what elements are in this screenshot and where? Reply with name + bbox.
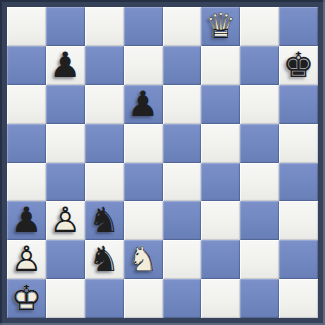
white-knight-outline-icon: ♘ — [124, 240, 163, 279]
square-b8[interactable] — [46, 7, 85, 46]
black-knight-icon: ♞ — [85, 201, 124, 240]
square-h7[interactable]: ♚ — [279, 46, 318, 85]
piece-white-knight-d2[interactable]: ♞♘ — [124, 240, 163, 279]
piece-white-king-a1[interactable]: ♚♔ — [7, 279, 46, 318]
square-g7[interactable] — [240, 46, 279, 85]
square-d1[interactable] — [124, 279, 163, 318]
square-e7[interactable] — [163, 46, 202, 85]
square-h6[interactable] — [279, 85, 318, 124]
square-c2[interactable]: ♞ — [85, 240, 124, 279]
square-d4[interactable] — [124, 163, 163, 202]
square-f1[interactable] — [201, 279, 240, 318]
square-h8[interactable] — [279, 7, 318, 46]
square-d7[interactable] — [124, 46, 163, 85]
square-f5[interactable] — [201, 124, 240, 163]
square-g8[interactable] — [240, 7, 279, 46]
square-e4[interactable] — [163, 163, 202, 202]
square-g4[interactable] — [240, 163, 279, 202]
piece-black-pawn-b7[interactable]: ♟ — [46, 46, 85, 85]
piece-black-pawn-d6[interactable]: ♟ — [124, 85, 163, 124]
square-e6[interactable] — [163, 85, 202, 124]
square-f7[interactable] — [201, 46, 240, 85]
black-pawn-icon: ♟ — [7, 201, 46, 240]
square-g3[interactable] — [240, 201, 279, 240]
piece-black-king-h7[interactable]: ♚ — [279, 46, 318, 85]
square-g2[interactable] — [240, 240, 279, 279]
square-b2[interactable] — [46, 240, 85, 279]
square-e3[interactable] — [163, 201, 202, 240]
square-f3[interactable] — [201, 201, 240, 240]
black-knight-icon: ♞ — [85, 240, 124, 279]
square-b4[interactable] — [46, 163, 85, 202]
square-e5[interactable] — [163, 124, 202, 163]
square-a8[interactable] — [7, 7, 46, 46]
chess-board: ♛♕♟♚♟♟♟♙♞♟♙♞♞♘♚♔ — [7, 7, 318, 318]
white-pawn-outline-icon: ♙ — [7, 240, 46, 279]
square-a6[interactable] — [7, 85, 46, 124]
square-g5[interactable] — [240, 124, 279, 163]
piece-white-pawn-b3[interactable]: ♟♙ — [46, 201, 85, 240]
square-e2[interactable] — [163, 240, 202, 279]
square-g6[interactable] — [240, 85, 279, 124]
square-h4[interactable] — [279, 163, 318, 202]
piece-black-pawn-a3[interactable]: ♟ — [7, 201, 46, 240]
square-h3[interactable] — [279, 201, 318, 240]
square-a4[interactable] — [7, 163, 46, 202]
piece-white-queen-f8[interactable]: ♛♕ — [201, 7, 240, 46]
black-pawn-icon: ♟ — [46, 46, 85, 85]
square-c3[interactable]: ♞ — [85, 201, 124, 240]
square-a1[interactable]: ♚♔ — [7, 279, 46, 318]
square-d3[interactable] — [124, 201, 163, 240]
square-a2[interactable]: ♟♙ — [7, 240, 46, 279]
square-b1[interactable] — [46, 279, 85, 318]
square-d8[interactable] — [124, 7, 163, 46]
square-b7[interactable]: ♟ — [46, 46, 85, 85]
square-h1[interactable] — [279, 279, 318, 318]
square-b5[interactable] — [46, 124, 85, 163]
square-e1[interactable] — [163, 279, 202, 318]
square-f6[interactable] — [201, 85, 240, 124]
square-a3[interactable]: ♟ — [7, 201, 46, 240]
square-d6[interactable]: ♟ — [124, 85, 163, 124]
square-b3[interactable]: ♟♙ — [46, 201, 85, 240]
piece-black-knight-c3[interactable]: ♞ — [85, 201, 124, 240]
square-a5[interactable] — [7, 124, 46, 163]
square-d5[interactable] — [124, 124, 163, 163]
square-b6[interactable] — [46, 85, 85, 124]
square-f2[interactable] — [201, 240, 240, 279]
square-c5[interactable] — [85, 124, 124, 163]
white-pawn-outline-icon: ♙ — [46, 201, 85, 240]
square-c7[interactable] — [85, 46, 124, 85]
square-h2[interactable] — [279, 240, 318, 279]
piece-black-knight-c2[interactable]: ♞ — [85, 240, 124, 279]
square-a7[interactable] — [7, 46, 46, 85]
square-c4[interactable] — [85, 163, 124, 202]
white-queen-outline-icon: ♕ — [201, 7, 240, 46]
chess-board-frame: ♛♕♟♚♟♟♟♙♞♟♙♞♞♘♚♔ — [0, 0, 325, 325]
square-g1[interactable] — [240, 279, 279, 318]
square-h5[interactable] — [279, 124, 318, 163]
square-e8[interactable] — [163, 7, 202, 46]
square-c1[interactable] — [85, 279, 124, 318]
black-pawn-icon: ♟ — [124, 85, 163, 124]
square-f8[interactable]: ♛♕ — [201, 7, 240, 46]
square-f4[interactable] — [201, 163, 240, 202]
square-d2[interactable]: ♞♘ — [124, 240, 163, 279]
square-c6[interactable] — [85, 85, 124, 124]
square-c8[interactable] — [85, 7, 124, 46]
white-king-outline-icon: ♔ — [7, 279, 46, 318]
black-king-icon: ♚ — [279, 46, 318, 85]
piece-white-pawn-a2[interactable]: ♟♙ — [7, 240, 46, 279]
